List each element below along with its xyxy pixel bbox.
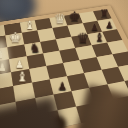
white-bishop-b4: ♝ [13, 70, 31, 84]
white-pawn-b5: ♟ [11, 60, 29, 70]
square-e5 [59, 48, 79, 63]
chess-photo: ♝♛♚♜♚♟♟♟♞♛♝♟♟♝♟ [0, 0, 128, 128]
black-rook-h8: ♜ [97, 9, 112, 20]
square-h5 [107, 40, 128, 54]
square-h3 [118, 64, 128, 81]
